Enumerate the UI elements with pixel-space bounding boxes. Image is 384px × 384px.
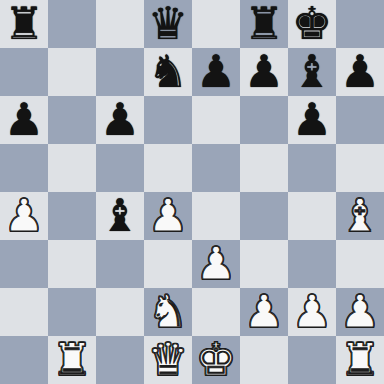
white-pawn-icon[interactable]: ♟ [4, 192, 44, 240]
white-rook-icon[interactable]: ♜ [52, 336, 92, 384]
square-h6[interactable] [336, 96, 384, 144]
black-bishop-icon[interactable]: ♝ [100, 192, 140, 240]
square-d1[interactable]: ♛ [144, 336, 192, 384]
square-g6[interactable]: ♟ [288, 96, 336, 144]
square-f7[interactable]: ♟ [240, 48, 288, 96]
square-d5[interactable] [144, 144, 192, 192]
square-d3[interactable] [144, 240, 192, 288]
black-king-icon[interactable]: ♚ [292, 0, 332, 48]
square-c3[interactable] [96, 240, 144, 288]
square-a2[interactable] [0, 288, 48, 336]
square-h2[interactable]: ♟ [336, 288, 384, 336]
square-c6[interactable]: ♟ [96, 96, 144, 144]
square-h1[interactable]: ♜ [336, 336, 384, 384]
square-b2[interactable] [48, 288, 96, 336]
square-h4[interactable]: ♝ [336, 192, 384, 240]
square-f2[interactable]: ♟ [240, 288, 288, 336]
white-king-icon[interactable]: ♚ [196, 336, 236, 384]
chess-board: ♜♛♜♚♞♟♟♝♟♟♟♟♟♝♟♝♟♞♟♟♟♜♛♚♜ [0, 0, 384, 384]
square-b4[interactable] [48, 192, 96, 240]
white-rook-icon[interactable]: ♜ [340, 336, 380, 384]
square-f1[interactable] [240, 336, 288, 384]
square-d7[interactable]: ♞ [144, 48, 192, 96]
square-e6[interactable] [192, 96, 240, 144]
square-b6[interactable] [48, 96, 96, 144]
white-pawn-icon[interactable]: ♟ [244, 288, 284, 336]
square-a1[interactable] [0, 336, 48, 384]
white-queen-icon[interactable]: ♛ [148, 336, 188, 384]
square-g2[interactable]: ♟ [288, 288, 336, 336]
square-h8[interactable] [336, 0, 384, 48]
black-pawn-icon[interactable]: ♟ [100, 96, 140, 144]
black-pawn-icon[interactable]: ♟ [244, 48, 284, 96]
square-e5[interactable] [192, 144, 240, 192]
white-pawn-icon[interactable]: ♟ [340, 288, 380, 336]
square-f8[interactable]: ♜ [240, 0, 288, 48]
square-f6[interactable] [240, 96, 288, 144]
square-e2[interactable] [192, 288, 240, 336]
square-e1[interactable]: ♚ [192, 336, 240, 384]
square-f4[interactable] [240, 192, 288, 240]
square-a3[interactable] [0, 240, 48, 288]
white-knight-icon[interactable]: ♞ [148, 288, 188, 336]
square-g5[interactable] [288, 144, 336, 192]
square-d8[interactable]: ♛ [144, 0, 192, 48]
square-d2[interactable]: ♞ [144, 288, 192, 336]
square-c4[interactable]: ♝ [96, 192, 144, 240]
square-b8[interactable] [48, 0, 96, 48]
square-h5[interactable] [336, 144, 384, 192]
square-a7[interactable] [0, 48, 48, 96]
square-f3[interactable] [240, 240, 288, 288]
white-pawn-icon[interactable]: ♟ [292, 288, 332, 336]
square-e4[interactable] [192, 192, 240, 240]
square-a6[interactable]: ♟ [0, 96, 48, 144]
square-a8[interactable]: ♜ [0, 0, 48, 48]
square-g1[interactable] [288, 336, 336, 384]
black-queen-icon[interactable]: ♛ [148, 0, 188, 48]
white-bishop-icon[interactable]: ♝ [340, 192, 380, 240]
black-pawn-icon[interactable]: ♟ [292, 96, 332, 144]
square-b7[interactable] [48, 48, 96, 96]
black-rook-icon[interactable]: ♜ [4, 0, 44, 48]
black-pawn-icon[interactable]: ♟ [4, 96, 44, 144]
square-g8[interactable]: ♚ [288, 0, 336, 48]
square-b1[interactable]: ♜ [48, 336, 96, 384]
square-e8[interactable] [192, 0, 240, 48]
square-a5[interactable] [0, 144, 48, 192]
black-pawn-icon[interactable]: ♟ [340, 48, 380, 96]
square-h3[interactable] [336, 240, 384, 288]
square-g4[interactable] [288, 192, 336, 240]
square-d6[interactable] [144, 96, 192, 144]
square-b5[interactable] [48, 144, 96, 192]
square-c1[interactable] [96, 336, 144, 384]
black-rook-icon[interactable]: ♜ [244, 0, 284, 48]
square-b3[interactable] [48, 240, 96, 288]
square-c8[interactable] [96, 0, 144, 48]
square-c7[interactable] [96, 48, 144, 96]
square-c2[interactable] [96, 288, 144, 336]
square-e7[interactable]: ♟ [192, 48, 240, 96]
square-f5[interactable] [240, 144, 288, 192]
black-knight-icon[interactable]: ♞ [148, 48, 188, 96]
white-pawn-icon[interactable]: ♟ [148, 192, 188, 240]
square-g7[interactable]: ♝ [288, 48, 336, 96]
square-d4[interactable]: ♟ [144, 192, 192, 240]
square-e3[interactable]: ♟ [192, 240, 240, 288]
square-a4[interactable]: ♟ [0, 192, 48, 240]
black-pawn-icon[interactable]: ♟ [196, 48, 236, 96]
square-h7[interactable]: ♟ [336, 48, 384, 96]
white-pawn-icon[interactable]: ♟ [196, 240, 236, 288]
square-g3[interactable] [288, 240, 336, 288]
black-bishop-icon[interactable]: ♝ [292, 48, 332, 96]
square-c5[interactable] [96, 144, 144, 192]
